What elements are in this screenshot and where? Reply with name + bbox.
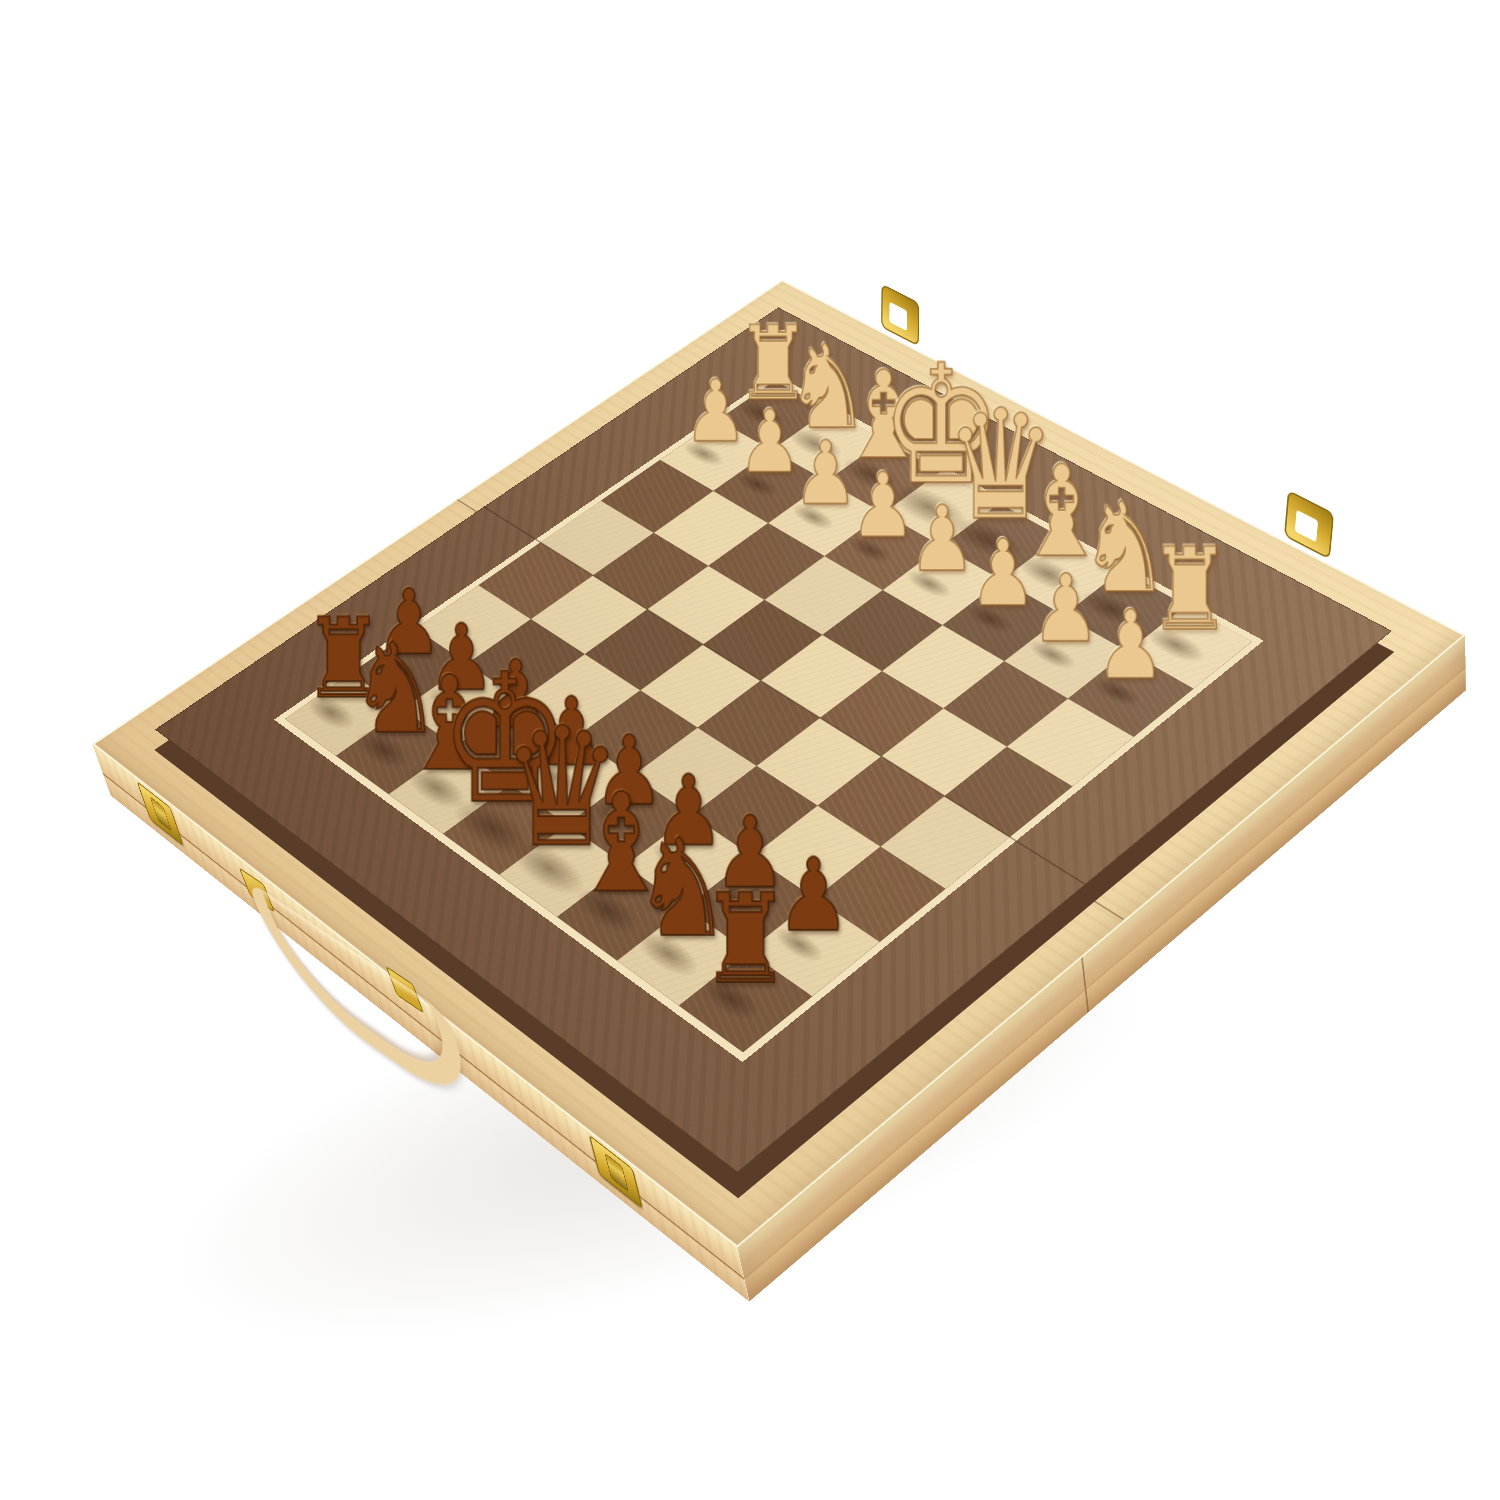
case-half-groove bbox=[1081, 957, 1089, 1013]
white-pawn-f2[interactable]: ♟ bbox=[793, 430, 858, 518]
white-pawn-g2[interactable]: ♟ bbox=[738, 399, 802, 486]
piece-shadow bbox=[731, 469, 784, 501]
piece-shadow bbox=[843, 533, 898, 567]
square-g1[interactable] bbox=[772, 410, 884, 481]
piece-shadow bbox=[878, 476, 980, 538]
white-knight-g1[interactable]: ♞ bbox=[785, 329, 870, 444]
square-h1[interactable] bbox=[718, 381, 829, 450]
square-f1[interactable] bbox=[827, 440, 941, 513]
square-e1[interactable] bbox=[883, 471, 999, 546]
white-pawn-e2[interactable]: ♟ bbox=[850, 462, 916, 551]
product-photo-page: ♜♞♝♚♛♝♞♜♟♟♟♟♟♟♟♟♟♟♟♟♟♟♟♟♜♞♝♚♛♝♞♜ bbox=[0, 0, 1500, 1500]
white-pawn-h2[interactable]: ♟ bbox=[684, 369, 747, 454]
piece-shadow bbox=[901, 566, 957, 601]
square-g3[interactable] bbox=[654, 491, 768, 566]
square-e3[interactable] bbox=[764, 556, 882, 635]
white-pawn-a2[interactable]: ♟ bbox=[1096, 599, 1166, 694]
square-g4[interactable] bbox=[593, 533, 708, 610]
piece-shadow bbox=[834, 453, 908, 498]
hinge-catch-icon bbox=[881, 283, 919, 346]
chess-case-scene: ♜♞♝♚♛♝♞♜♟♟♟♟♟♟♟♟♟♟♟♟♟♟♟♟♜♞♝♚♛♝♞♜ bbox=[0, 0, 1500, 1500]
piece-shadow bbox=[780, 423, 851, 466]
brass-latch-icon[interactable] bbox=[137, 781, 185, 847]
square-f4[interactable] bbox=[647, 566, 764, 645]
hinge-catch-icon bbox=[1284, 490, 1334, 560]
piece-shadow bbox=[961, 601, 1018, 637]
white-king-e1[interactable]: ♚ bbox=[881, 343, 1002, 508]
white-bishop-f1[interactable]: ♝ bbox=[839, 355, 928, 476]
white-pawn-b2[interactable]: ♟ bbox=[1031, 563, 1100, 656]
square-h2[interactable] bbox=[660, 420, 772, 491]
piece-shadow bbox=[940, 511, 1035, 569]
folding-chess-case: ♜♞♝♚♛♝♞♜♟♟♟♟♟♟♟♟♟♟♟♟♟♟♟♟♜♞♝♚♛♝♞♜ bbox=[92, 280, 1465, 1248]
piece-shadow bbox=[678, 438, 729, 470]
square-h4[interactable] bbox=[540, 501, 653, 576]
white-rook-h1[interactable]: ♜ bbox=[735, 312, 811, 415]
chess-board: ♜♞♝♚♛♝♞♜♟♟♟♟♟♟♟♟♟♟♟♟♟♟♟♟♜♞♝♚♛♝♞♜ bbox=[155, 307, 1392, 1172]
square-e2[interactable] bbox=[825, 513, 942, 590]
square-g2[interactable] bbox=[713, 450, 826, 523]
white-pawn-c2[interactable]: ♟ bbox=[969, 528, 1037, 620]
piece-shadow bbox=[730, 395, 792, 432]
case-top: ♜♞♝♚♛♝♞♜♟♟♟♟♟♟♟♟♟♟♟♟♟♟♟♟♜♞♝♚♛♝♞♜ bbox=[92, 280, 1465, 1248]
square-d2[interactable] bbox=[883, 546, 1002, 625]
square-h3[interactable] bbox=[601, 460, 713, 533]
square-f3[interactable] bbox=[708, 523, 824, 600]
white-pawn-d2[interactable]: ♟ bbox=[909, 494, 976, 584]
piece-shadow bbox=[786, 500, 840, 533]
white-queen-d1[interactable]: ♛ bbox=[945, 389, 1057, 541]
square-h5[interactable] bbox=[479, 543, 593, 620]
square-f2[interactable] bbox=[768, 481, 883, 556]
black-rook-a8[interactable]: ♜ bbox=[700, 877, 791, 1001]
